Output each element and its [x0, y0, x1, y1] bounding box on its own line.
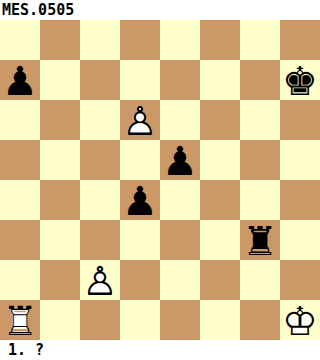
- square-g8[interactable]: [240, 20, 280, 60]
- square-b8[interactable]: [40, 20, 80, 60]
- square-h2[interactable]: [280, 260, 320, 300]
- square-c8[interactable]: [80, 20, 120, 60]
- square-h5[interactable]: [280, 140, 320, 180]
- square-b6[interactable]: [40, 100, 80, 140]
- title-bar: MES.0505: [0, 0, 320, 20]
- square-g2[interactable]: [240, 260, 280, 300]
- square-d6[interactable]: ♟♙: [120, 100, 160, 140]
- square-g1[interactable]: [240, 300, 280, 340]
- square-c1[interactable]: [80, 300, 120, 340]
- square-e5[interactable]: ♟: [160, 140, 200, 180]
- square-a7[interactable]: ♟: [0, 60, 40, 100]
- piece-outline: ♙: [120, 101, 160, 141]
- square-b7[interactable]: [40, 60, 80, 100]
- square-g6[interactable]: [240, 100, 280, 140]
- square-b1[interactable]: [40, 300, 80, 340]
- square-d8[interactable]: [120, 20, 160, 60]
- square-g4[interactable]: [240, 180, 280, 220]
- white-pawn-d6: ♟♙: [120, 100, 160, 140]
- square-c3[interactable]: [80, 220, 120, 260]
- square-a5[interactable]: [0, 140, 40, 180]
- square-f4[interactable]: [200, 180, 240, 220]
- square-h1[interactable]: ♚♔: [280, 300, 320, 340]
- square-b2[interactable]: [40, 260, 80, 300]
- square-b3[interactable]: [40, 220, 80, 260]
- white-pawn-c2: ♟♙: [80, 260, 120, 300]
- black-pawn-d4: ♟: [120, 180, 160, 220]
- square-c5[interactable]: [80, 140, 120, 180]
- piece-outline: ♔: [280, 301, 320, 341]
- square-a4[interactable]: [0, 180, 40, 220]
- piece-fill: ♟: [120, 181, 160, 221]
- square-d1[interactable]: [120, 300, 160, 340]
- piece-fill: ♚: [280, 61, 320, 101]
- square-f2[interactable]: [200, 260, 240, 300]
- square-f8[interactable]: [200, 20, 240, 60]
- piece-fill: ♟: [160, 141, 200, 181]
- square-b5[interactable]: [40, 140, 80, 180]
- square-d7[interactable]: [120, 60, 160, 100]
- square-a6[interactable]: [0, 100, 40, 140]
- square-h7[interactable]: ♚: [280, 60, 320, 100]
- square-a2[interactable]: [0, 260, 40, 300]
- square-a3[interactable]: [0, 220, 40, 260]
- square-g3[interactable]: ♜: [240, 220, 280, 260]
- square-h8[interactable]: [280, 20, 320, 60]
- puzzle-id: MES.0505: [2, 0, 74, 20]
- white-rook-a1: ♜♖: [0, 300, 40, 340]
- black-pawn-a7: ♟: [0, 60, 40, 100]
- square-f5[interactable]: [200, 140, 240, 180]
- piece-outline: ♙: [80, 261, 120, 301]
- square-e3[interactable]: [160, 220, 200, 260]
- square-d4[interactable]: ♟: [120, 180, 160, 220]
- square-e4[interactable]: [160, 180, 200, 220]
- square-d2[interactable]: [120, 260, 160, 300]
- status-bar: 1. ?: [0, 340, 320, 360]
- black-rook-g3: ♜: [240, 220, 280, 260]
- square-e7[interactable]: [160, 60, 200, 100]
- square-g5[interactable]: [240, 140, 280, 180]
- square-e6[interactable]: [160, 100, 200, 140]
- square-h4[interactable]: [280, 180, 320, 220]
- square-e2[interactable]: [160, 260, 200, 300]
- piece-fill: ♟: [0, 61, 40, 101]
- square-c6[interactable]: [80, 100, 120, 140]
- square-f6[interactable]: [200, 100, 240, 140]
- black-pawn-e5: ♟: [160, 140, 200, 180]
- piece-fill: ♜: [240, 221, 280, 261]
- chess-board: ♟♚♟♙♟♟♜♟♙♜♖♚♔: [0, 20, 320, 340]
- square-e8[interactable]: [160, 20, 200, 60]
- square-f3[interactable]: [200, 220, 240, 260]
- square-a1[interactable]: ♜♖: [0, 300, 40, 340]
- square-d5[interactable]: [120, 140, 160, 180]
- square-b4[interactable]: [40, 180, 80, 220]
- square-a8[interactable]: [0, 20, 40, 60]
- square-c2[interactable]: ♟♙: [80, 260, 120, 300]
- square-h6[interactable]: [280, 100, 320, 140]
- square-f1[interactable]: [200, 300, 240, 340]
- square-d3[interactable]: [120, 220, 160, 260]
- square-f7[interactable]: [200, 60, 240, 100]
- square-g7[interactable]: [240, 60, 280, 100]
- black-king-h7: ♚: [280, 60, 320, 100]
- square-c4[interactable]: [80, 180, 120, 220]
- square-e1[interactable]: [160, 300, 200, 340]
- square-h3[interactable]: [280, 220, 320, 260]
- square-c7[interactable]: [80, 60, 120, 100]
- white-king-h1: ♚♔: [280, 300, 320, 340]
- piece-outline: ♖: [0, 301, 40, 341]
